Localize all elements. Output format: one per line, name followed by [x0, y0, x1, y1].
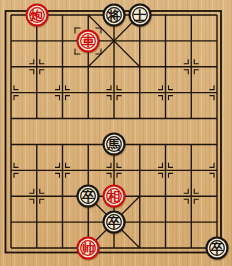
piece-glyph: 炮 [30, 9, 43, 22]
piece-glyph: 相 [108, 190, 121, 203]
piece-glyph: 将 [108, 9, 121, 22]
piece-black-soldier-3[interactable]: 卒 [206, 237, 229, 260]
xiangqi-app: 炮将士車馬卒相卒帅卒 [0, 0, 232, 266]
piece-glyph: 卒 [211, 242, 224, 255]
piece-black-general[interactable]: 将 [103, 4, 126, 27]
piece-black-soldier-1[interactable]: 卒 [77, 185, 100, 208]
piece-black-horse[interactable]: 馬 [103, 133, 126, 156]
piece-glyph: 卒 [82, 190, 95, 203]
piece-glyph: 卒 [108, 216, 121, 229]
piece-red-chariot[interactable]: 車 [77, 29, 100, 52]
piece-glyph: 車 [82, 34, 95, 47]
piece-black-advisor[interactable]: 士 [128, 4, 151, 27]
piece-black-soldier-2[interactable]: 卒 [103, 211, 126, 234]
piece-red-elephant[interactable]: 相 [103, 185, 126, 208]
piece-glyph: 帅 [82, 242, 95, 255]
piece-red-general[interactable]: 帅 [77, 237, 100, 260]
pieces-layer: 炮将士車馬卒相卒帅卒 [0, 0, 232, 266]
piece-glyph: 士 [133, 9, 146, 22]
piece-glyph: 馬 [108, 138, 121, 151]
xiangqi-board[interactable]: 炮将士車馬卒相卒帅卒 [0, 0, 232, 266]
piece-red-cannon[interactable]: 炮 [25, 4, 48, 27]
